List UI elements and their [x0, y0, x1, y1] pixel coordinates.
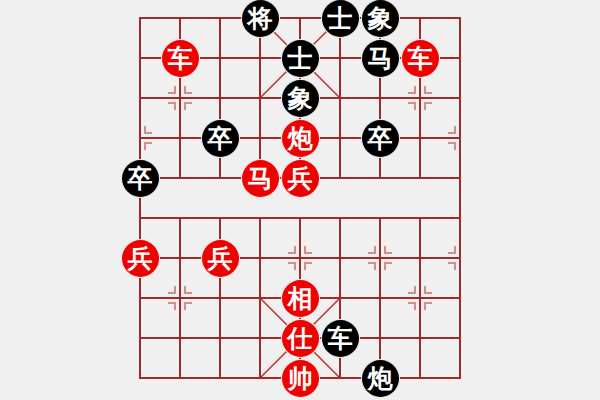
- piece-red-horse[interactable]: 马: [241, 159, 280, 198]
- piece-red-advisor[interactable]: 仕: [281, 319, 320, 358]
- piece-black-soldier[interactable]: 卒: [361, 119, 400, 158]
- piece-black-horse[interactable]: 马: [361, 39, 400, 78]
- piece-red-general[interactable]: 帅: [281, 359, 320, 398]
- piece-red-soldier[interactable]: 兵: [281, 159, 320, 198]
- piece-red-soldier[interactable]: 兵: [201, 239, 240, 278]
- piece-red-elephant[interactable]: 相: [281, 279, 320, 318]
- piece-black-elephant[interactable]: 象: [281, 79, 320, 118]
- piece-black-elephant[interactable]: 象: [361, 0, 400, 38]
- piece-red-chariot[interactable]: 车: [161, 39, 200, 78]
- piece-black-soldier[interactable]: 卒: [201, 119, 240, 158]
- xiangqi-board: 将士象车士马车象卒炮卒卒马兵兵兵相仕车帅炮: [0, 0, 600, 400]
- piece-black-advisor[interactable]: 士: [281, 39, 320, 78]
- piece-black-soldier[interactable]: 卒: [121, 159, 160, 198]
- piece-black-chariot[interactable]: 车: [321, 319, 360, 358]
- piece-black-cannon[interactable]: 炮: [361, 359, 400, 398]
- piece-black-general[interactable]: 将: [241, 0, 280, 38]
- piece-layer: 将士象车士马车象卒炮卒卒马兵兵兵相仕车帅炮: [120, 0, 480, 398]
- piece-red-chariot[interactable]: 车: [401, 39, 440, 78]
- piece-red-soldier[interactable]: 兵: [121, 239, 160, 278]
- piece-black-advisor[interactable]: 士: [321, 0, 360, 38]
- piece-red-cannon[interactable]: 炮: [281, 119, 320, 158]
